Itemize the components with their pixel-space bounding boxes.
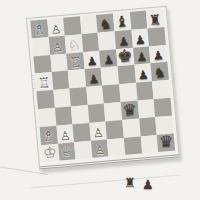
board-square: ♟ xyxy=(133,46,151,65)
board-square: ♟ xyxy=(131,28,149,47)
board-square xyxy=(101,67,119,86)
board-square: ♙ xyxy=(91,139,109,158)
board-square xyxy=(71,105,89,124)
board-square xyxy=(74,140,92,159)
board-square: ♖ xyxy=(35,72,53,91)
captured-black-pawn: ♟ xyxy=(142,178,154,191)
board-square xyxy=(50,53,68,72)
board-square xyxy=(86,86,104,105)
black-pawn: ♟ xyxy=(86,55,98,68)
board-square: ♟ xyxy=(149,45,167,64)
board-square: ♙ xyxy=(48,35,66,54)
black-bishop: ♝ xyxy=(115,14,130,30)
captured-black-queen: ♛ xyxy=(159,134,173,150)
board-square: ♙ xyxy=(47,18,65,37)
board-square xyxy=(55,106,73,125)
black-pawn: ♟ xyxy=(152,50,164,63)
black-pawn: ♟ xyxy=(137,69,149,82)
board-square xyxy=(119,83,137,102)
board-square: ♜ xyxy=(146,9,164,28)
board-square: ♟ xyxy=(84,68,102,87)
black-rook: ♜ xyxy=(148,12,162,27)
board-square xyxy=(36,90,54,109)
board-square: ♖ xyxy=(66,52,84,71)
board-square: ♛ xyxy=(121,101,139,120)
board-square: ♗ xyxy=(30,19,48,38)
board-edge-text: ı·ı·ı·ı xyxy=(31,74,36,90)
board-square xyxy=(98,31,116,50)
white-pawn: ♙ xyxy=(50,23,62,36)
board-square xyxy=(106,120,124,139)
board-square xyxy=(104,102,122,121)
board-square xyxy=(118,65,136,84)
board-square: ♞ xyxy=(151,62,169,81)
board-square: ♞ xyxy=(96,13,114,32)
black-queen: ♛ xyxy=(122,102,138,119)
chess-board: ♗♙♞♝♜♙♘♟♟♖♟♟♚♟♟♖♟♟♞♛♗♙♙♔♕♙ ı·ı·ı·ı xyxy=(26,6,179,170)
board-square: ♟ xyxy=(83,50,101,69)
board-square: ♘ xyxy=(65,34,83,53)
white-pawn: ♙ xyxy=(52,41,64,54)
black-pawn: ♟ xyxy=(136,51,148,64)
board-square xyxy=(80,15,98,34)
white-queen: ♕ xyxy=(59,143,75,160)
board-square xyxy=(68,69,86,88)
black-pawn: ♟ xyxy=(134,33,146,46)
white-pawn: ♙ xyxy=(92,126,104,139)
board-square xyxy=(38,108,56,127)
board-square xyxy=(88,104,106,123)
board-square: ♗ xyxy=(40,126,58,145)
black-knight: ♞ xyxy=(153,65,167,80)
board-square: ♟ xyxy=(99,49,117,68)
board-square: ♔ xyxy=(41,143,59,162)
board-square xyxy=(137,99,155,118)
board-square: ♝ xyxy=(113,12,131,31)
black-king: ♚ xyxy=(117,47,134,65)
board-square: ♙ xyxy=(56,124,74,143)
black-pawn: ♟ xyxy=(103,54,115,67)
board-square xyxy=(140,135,158,154)
board-square xyxy=(51,71,69,90)
white-bishop: ♗ xyxy=(32,21,47,37)
board-square xyxy=(107,138,125,157)
board-square: ♟ xyxy=(114,30,132,49)
white-king: ♔ xyxy=(43,145,58,161)
black-pawn: ♟ xyxy=(118,35,130,48)
board-square xyxy=(63,16,81,35)
board-square: ♕ xyxy=(58,142,76,161)
board-square xyxy=(32,37,50,56)
board-shadow-line xyxy=(30,174,180,188)
board-square xyxy=(152,80,170,99)
black-knight: ♞ xyxy=(99,16,113,31)
board-square xyxy=(139,117,157,136)
board-square xyxy=(148,27,166,46)
board-square xyxy=(81,33,99,52)
board-square xyxy=(70,87,88,106)
white-knight: ♘ xyxy=(67,37,81,52)
board-square: ♚ xyxy=(116,47,134,66)
board-square xyxy=(103,84,121,103)
board-square: ♟ xyxy=(134,64,152,83)
board-grid: ♗♙♞♝♜♙♘♟♟♖♟♟♚♟♟♖♟♟♞♛♗♙♙♔♕♙ xyxy=(30,9,175,162)
white-pawn: ♙ xyxy=(59,129,71,142)
board-square xyxy=(124,136,142,155)
board-square xyxy=(129,11,147,30)
board-square xyxy=(73,123,91,142)
board-square: ♙ xyxy=(89,121,107,140)
captured-black-rook: ♜ xyxy=(124,176,136,189)
white-rook: ♖ xyxy=(37,75,51,90)
white-bishop: ♗ xyxy=(41,127,56,143)
white-rook: ♖ xyxy=(69,55,83,70)
board-square xyxy=(122,118,140,137)
board-square xyxy=(136,81,154,100)
board-square xyxy=(33,55,51,74)
black-pawn: ♟ xyxy=(88,73,100,86)
board-square xyxy=(154,98,172,117)
board-square xyxy=(53,89,71,108)
white-pawn: ♙ xyxy=(94,144,106,157)
